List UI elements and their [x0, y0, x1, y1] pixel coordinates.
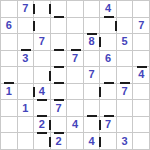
cell-r2c8[interactable]	[117, 18, 134, 35]
consecutive-marker-horizontal	[137, 66, 147, 68]
given-digit: 6	[6, 20, 12, 31]
consecutive-sudoku-board: 74677853767414717247243	[0, 0, 150, 150]
cell-r6c9[interactable]	[133, 84, 150, 101]
consecutive-marker-vertical	[33, 21, 35, 31]
given-digit: 7	[138, 20, 144, 31]
cell-r4c5[interactable]: 7	[67, 51, 84, 68]
given-digit: 4	[88, 136, 94, 147]
cell-r4c6[interactable]	[84, 51, 101, 68]
consecutive-marker-horizontal	[54, 99, 64, 101]
cell-r1c8[interactable]	[117, 1, 134, 18]
given-digit: 7	[22, 3, 28, 14]
consecutive-marker-vertical	[49, 120, 51, 130]
consecutive-marker-vertical	[49, 4, 51, 14]
given-digit: 4	[72, 119, 78, 130]
cell-r9c7[interactable]	[100, 133, 117, 150]
given-digit: 7	[122, 86, 128, 97]
cell-r2c5[interactable]	[67, 18, 84, 35]
cell-r9c1[interactable]	[1, 133, 18, 150]
cell-r5c5[interactable]	[67, 67, 84, 84]
cell-r8c8[interactable]	[117, 117, 134, 134]
cell-r3c7[interactable]	[100, 34, 117, 51]
given-digit: 7	[105, 119, 111, 130]
cell-r4c1[interactable]	[1, 51, 18, 68]
consecutive-marker-horizontal	[54, 49, 64, 51]
consecutive-marker-vertical	[33, 87, 35, 97]
consecutive-marker-vertical	[33, 4, 35, 14]
cell-r4c7[interactable]: 6	[100, 51, 117, 68]
cell-r1c1[interactable]	[1, 1, 18, 18]
cell-r3c1[interactable]	[1, 34, 18, 51]
consecutive-marker-horizontal	[37, 132, 47, 134]
cell-r9c2[interactable]	[18, 133, 35, 150]
consecutive-marker-horizontal	[54, 16, 64, 18]
consecutive-marker-horizontal	[54, 132, 64, 134]
cell-r1c5[interactable]	[67, 1, 84, 18]
given-digit: 2	[55, 136, 61, 147]
cell-r4c8[interactable]	[117, 51, 134, 68]
given-digit: 8	[88, 36, 94, 47]
consecutive-marker-vertical	[49, 137, 51, 147]
consecutive-marker-horizontal	[37, 99, 47, 101]
cell-r2c9[interactable]: 7	[133, 18, 150, 35]
consecutive-marker-horizontal	[37, 115, 47, 117]
consecutive-marker-horizontal	[104, 16, 114, 18]
given-digit: 7	[55, 103, 61, 114]
given-digit: 3	[122, 136, 128, 147]
cell-r2c4[interactable]	[51, 18, 68, 35]
cell-r7c1[interactable]	[1, 100, 18, 117]
consecutive-marker-horizontal	[54, 82, 64, 84]
given-digit: 7	[88, 69, 94, 80]
consecutive-marker-vertical	[99, 87, 101, 97]
consecutive-marker-horizontal	[104, 115, 114, 117]
cell-r6c7[interactable]	[100, 84, 117, 101]
consecutive-marker-vertical	[99, 137, 101, 147]
cell-r6c8[interactable]: 7	[117, 84, 134, 101]
consecutive-marker-vertical	[115, 21, 117, 31]
cell-r5c6[interactable]: 7	[84, 67, 101, 84]
consecutive-marker-vertical	[99, 37, 101, 47]
consecutive-marker-horizontal	[104, 82, 114, 84]
given-digit: 4	[105, 3, 111, 14]
given-digit: 6	[105, 53, 111, 64]
cell-r7c8[interactable]	[117, 100, 134, 117]
consecutive-marker-vertical	[99, 120, 101, 130]
consecutive-marker-horizontal	[71, 49, 81, 51]
cell-r3c8[interactable]: 5	[117, 34, 134, 51]
cell-r6c1[interactable]: 1	[1, 84, 18, 101]
cell-r9c4[interactable]: 2	[51, 133, 68, 150]
given-digit: 1	[22, 103, 28, 114]
cell-r2c3[interactable]	[34, 18, 51, 35]
given-digit: 7	[39, 36, 45, 47]
cell-r7c9[interactable]	[133, 100, 150, 117]
consecutive-marker-horizontal	[4, 82, 14, 84]
given-digit: 4	[138, 69, 144, 80]
cell-r7c5[interactable]	[67, 100, 84, 117]
cell-r9c8[interactable]: 3	[117, 133, 134, 150]
given-digit: 1	[6, 86, 12, 97]
cell-r2c1[interactable]: 6	[1, 18, 18, 35]
cell-r4c3[interactable]	[34, 51, 51, 68]
consecutive-marker-horizontal	[87, 115, 97, 117]
cell-r8c1[interactable]	[1, 117, 18, 134]
cell-r1c6[interactable]	[84, 1, 101, 18]
cell-r8c5[interactable]: 4	[67, 117, 84, 134]
cell-r8c7[interactable]: 7	[100, 117, 117, 134]
cell-r8c2[interactable]	[18, 117, 35, 134]
given-digit: 5	[122, 36, 128, 47]
cell-r9c9[interactable]	[133, 133, 150, 150]
given-digit: 7	[72, 53, 78, 64]
cell-r1c9[interactable]	[133, 1, 150, 18]
cell-r9c5[interactable]	[67, 133, 84, 150]
consecutive-marker-horizontal	[54, 66, 64, 68]
given-digit: 3	[22, 53, 28, 64]
given-digit: 4	[39, 86, 45, 97]
cell-r5c2[interactable]	[18, 67, 35, 84]
consecutive-marker-horizontal	[87, 33, 97, 35]
consecutive-marker-vertical	[49, 71, 51, 81]
consecutive-marker-horizontal	[120, 82, 130, 84]
consecutive-marker-horizontal	[21, 49, 31, 51]
cell-r3c3[interactable]: 7	[34, 34, 51, 51]
cell-r3c9[interactable]	[133, 34, 150, 51]
cell-r4c2[interactable]: 3	[18, 51, 35, 68]
cell-r8c9[interactable]	[133, 117, 150, 134]
cell-r7c4[interactable]: 7	[51, 100, 68, 117]
cell-r6c5[interactable]	[67, 84, 84, 101]
cell-r7c2[interactable]: 1	[18, 100, 35, 117]
given-digit: 2	[39, 119, 45, 130]
cell-r5c9[interactable]: 4	[133, 67, 150, 84]
